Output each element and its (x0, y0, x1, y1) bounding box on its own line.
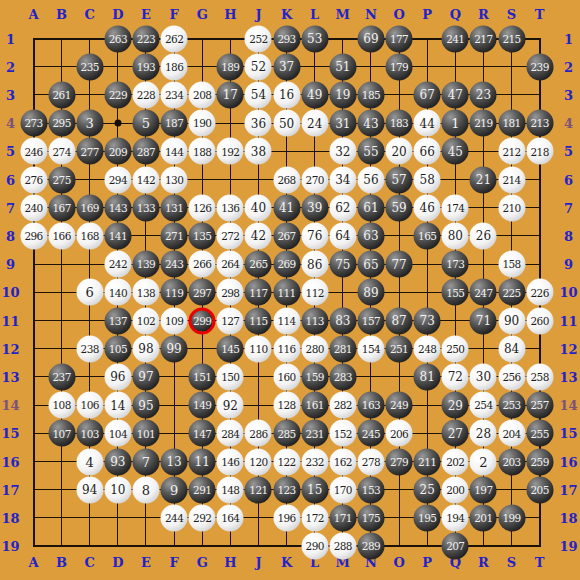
stone-G8[interactable]: 135 (189, 222, 216, 249)
stone-E4[interactable]: 5 (132, 110, 159, 137)
stone-R1[interactable]: 217 (470, 25, 497, 52)
stone-Q12[interactable]: 250 (442, 335, 469, 362)
stone-Q10[interactable]: 155 (442, 279, 469, 306)
stone-C14[interactable]: 106 (76, 392, 103, 419)
stone-P4[interactable]: 44 (414, 110, 441, 137)
stone-N8[interactable]: 63 (357, 222, 384, 249)
stone-S13[interactable]: 256 (498, 363, 525, 390)
row-label-right-18: 18 (559, 510, 577, 525)
stone-E2[interactable]: 193 (132, 53, 159, 80)
stone-N6[interactable]: 56 (357, 166, 384, 193)
stone-E11[interactable]: 102 (132, 307, 159, 334)
stone-H17[interactable]: 148 (217, 476, 244, 503)
stone-K4[interactable]: 50 (273, 110, 300, 137)
stone-A7[interactable]: 240 (20, 194, 47, 221)
stone-M18[interactable]: 171 (329, 504, 356, 531)
stone-T16[interactable]: 259 (526, 448, 553, 475)
stone-G14[interactable]: 149 (189, 392, 216, 419)
stone-B14[interactable]: 108 (48, 392, 75, 419)
stone-N17[interactable]: 153 (357, 476, 384, 503)
stone-N1[interactable]: 69 (357, 25, 384, 52)
stone-N7[interactable]: 61 (357, 194, 384, 221)
stone-D9[interactable]: 242 (104, 251, 131, 278)
stone-K17[interactable]: 123 (273, 476, 300, 503)
stone-K13[interactable]: 160 (273, 363, 300, 390)
stone-N3[interactable]: 185 (357, 81, 384, 108)
stone-R13[interactable]: 30 (470, 363, 497, 390)
stone-A6[interactable]: 276 (20, 166, 47, 193)
stone-J3[interactable]: 54 (245, 81, 272, 108)
stone-J15[interactable]: 286 (245, 420, 272, 447)
stone-T4[interactable]: 213 (526, 110, 553, 137)
stone-J12[interactable]: 110 (245, 335, 272, 362)
stone-S1[interactable]: 215 (498, 25, 525, 52)
stone-M6[interactable]: 34 (329, 166, 356, 193)
stone-B13[interactable]: 237 (48, 363, 75, 390)
stone-L7[interactable]: 39 (301, 194, 328, 221)
stone-D5[interactable]: 209 (104, 138, 131, 165)
stone-E6[interactable]: 142 (132, 166, 159, 193)
stone-K11[interactable]: 114 (273, 307, 300, 334)
move-number: 232 (306, 456, 324, 467)
move-number: 277 (81, 146, 99, 157)
stone-C10[interactable]: 6 (76, 279, 103, 306)
stone-O14[interactable]: 249 (386, 392, 413, 419)
stone-H10[interactable]: 298 (217, 279, 244, 306)
stone-K6[interactable]: 268 (273, 166, 300, 193)
stone-M13[interactable]: 283 (329, 363, 356, 390)
stone-M3[interactable]: 19 (329, 81, 356, 108)
stone-S6[interactable]: 214 (498, 166, 525, 193)
stone-G15[interactable]: 147 (189, 420, 216, 447)
stone-P6[interactable]: 58 (414, 166, 441, 193)
stone-K1[interactable]: 293 (273, 25, 300, 52)
stone-D10[interactable]: 140 (104, 279, 131, 306)
stone-Q8[interactable]: 80 (442, 222, 469, 249)
stone-B5[interactable]: 274 (48, 138, 75, 165)
move-number: 246 (24, 146, 42, 157)
stone-P17[interactable]: 25 (414, 476, 441, 503)
stone-T17[interactable]: 205 (526, 476, 553, 503)
stone-R4[interactable]: 219 (470, 110, 497, 137)
stone-F17[interactable]: 9 (161, 476, 188, 503)
stone-D14[interactable]: 14 (104, 392, 131, 419)
stone-J7[interactable]: 40 (245, 194, 272, 221)
stone-E12[interactable]: 98 (132, 335, 159, 362)
stone-S18[interactable]: 199 (498, 504, 525, 531)
move-number: 235 (81, 61, 99, 72)
stone-J10[interactable]: 117 (245, 279, 272, 306)
stone-D11[interactable]: 137 (104, 307, 131, 334)
stone-N12[interactable]: 154 (357, 335, 384, 362)
stone-L16[interactable]: 232 (301, 448, 328, 475)
stone-L19[interactable]: 290 (301, 533, 328, 560)
stone-L13[interactable]: 159 (301, 363, 328, 390)
stone-R3[interactable]: 23 (470, 81, 497, 108)
stone-M15[interactable]: 152 (329, 420, 356, 447)
stone-E5[interactable]: 287 (132, 138, 159, 165)
stone-M16[interactable]: 162 (329, 448, 356, 475)
stone-J11[interactable]: 115 (245, 307, 272, 334)
col-label-bottom-A: A (28, 555, 38, 570)
stone-D12[interactable]: 105 (104, 335, 131, 362)
stone-O2[interactable]: 179 (386, 53, 413, 80)
stone-J16[interactable]: 120 (245, 448, 272, 475)
stone-G9[interactable]: 266 (189, 251, 216, 278)
stone-D15[interactable]: 104 (104, 420, 131, 447)
stone-E9[interactable]: 139 (132, 251, 159, 278)
stone-L12[interactable]: 280 (301, 335, 328, 362)
stone-H12[interactable]: 145 (217, 335, 244, 362)
stone-R17[interactable]: 197 (470, 476, 497, 503)
stone-D13[interactable]: 96 (104, 363, 131, 390)
move-number: 101 (137, 428, 155, 439)
stone-N15[interactable]: 245 (357, 420, 384, 447)
move-number: 4 (86, 455, 94, 468)
stone-S15[interactable]: 204 (498, 420, 525, 447)
row-label-left-5: 5 (6, 144, 15, 159)
stone-L4[interactable]: 24 (301, 110, 328, 137)
stone-K7[interactable]: 41 (273, 194, 300, 221)
stone-O6[interactable]: 57 (386, 166, 413, 193)
stone-B7[interactable]: 167 (48, 194, 75, 221)
stone-S7[interactable]: 210 (498, 194, 525, 221)
stone-J17[interactable]: 121 (245, 476, 272, 503)
stone-E16[interactable]: 7 (132, 448, 159, 475)
stone-H2[interactable]: 189 (217, 53, 244, 80)
stone-C12[interactable]: 238 (76, 335, 103, 362)
stone-C17[interactable]: 94 (76, 476, 103, 503)
stone-K3[interactable]: 16 (273, 81, 300, 108)
stone-B3[interactable]: 261 (48, 81, 75, 108)
stone-P5[interactable]: 66 (414, 138, 441, 165)
stone-L8[interactable]: 76 (301, 222, 328, 249)
col-label-top-A: A (28, 7, 38, 22)
stone-L18[interactable]: 172 (301, 504, 328, 531)
stone-C7[interactable]: 169 (76, 194, 103, 221)
move-number: 153 (362, 484, 380, 495)
stone-E10[interactable]: 138 (132, 279, 159, 306)
row-label-left-1: 1 (6, 31, 15, 46)
stone-H13[interactable]: 150 (217, 363, 244, 390)
stone-L15[interactable]: 231 (301, 420, 328, 447)
stone-D16[interactable]: 93 (104, 448, 131, 475)
row-label-left-8: 8 (6, 228, 15, 243)
stone-J9[interactable]: 265 (245, 251, 272, 278)
stone-E14[interactable]: 95 (132, 392, 159, 419)
stone-Q5[interactable]: 45 (442, 138, 469, 165)
stone-F5[interactable]: 144 (161, 138, 188, 165)
stone-C16[interactable]: 4 (76, 448, 103, 475)
stone-L1[interactable]: 53 (301, 25, 328, 52)
move-number: 239 (531, 61, 549, 72)
stone-C5[interactable]: 277 (76, 138, 103, 165)
stone-N4[interactable]: 43 (357, 110, 384, 137)
stone-H7[interactable]: 136 (217, 194, 244, 221)
stone-O16[interactable]: 279 (386, 448, 413, 475)
stone-R14[interactable]: 254 (470, 392, 497, 419)
move-number: 8 (142, 483, 150, 496)
stone-F12[interactable]: 99 (161, 335, 188, 362)
stone-Q9[interactable]: 173 (442, 251, 469, 278)
stone-H9[interactable]: 264 (217, 251, 244, 278)
stone-O12[interactable]: 251 (386, 335, 413, 362)
stone-E17[interactable]: 8 (132, 476, 159, 503)
stone-L6[interactable]: 270 (301, 166, 328, 193)
stone-N9[interactable]: 65 (357, 251, 384, 278)
stone-M17[interactable]: 170 (329, 476, 356, 503)
stone-C2[interactable]: 235 (76, 53, 103, 80)
stone-N16[interactable]: 278 (357, 448, 384, 475)
stone-Q19[interactable]: 207 (442, 533, 469, 560)
stone-L3[interactable]: 49 (301, 81, 328, 108)
stone-F7[interactable]: 131 (161, 194, 188, 221)
stone-Q1[interactable]: 241 (442, 25, 469, 52)
stone-F1[interactable]: 262 (161, 25, 188, 52)
stone-O9[interactable]: 77 (386, 251, 413, 278)
stone-G5[interactable]: 188 (189, 138, 216, 165)
stone-M19[interactable]: 288 (329, 533, 356, 560)
stone-H8[interactable]: 272 (217, 222, 244, 249)
stone-F6[interactable]: 130 (161, 166, 188, 193)
stone-L17[interactable]: 15 (301, 476, 328, 503)
stone-T5[interactable]: 218 (526, 138, 553, 165)
stone-H16[interactable]: 146 (217, 448, 244, 475)
stone-J1[interactable]: 252 (245, 25, 272, 52)
stone-E7[interactable]: 133 (132, 194, 159, 221)
move-number: 46 (420, 202, 435, 214)
stone-H15[interactable]: 284 (217, 420, 244, 447)
stone-G4[interactable]: 190 (189, 110, 216, 137)
stone-C4[interactable]: 3 (76, 110, 103, 137)
move-number: 294 (109, 174, 127, 185)
move-number: 158 (502, 259, 520, 270)
stone-M9[interactable]: 75 (329, 251, 356, 278)
stone-O7[interactable]: 59 (386, 194, 413, 221)
move-number: 245 (362, 428, 380, 439)
stone-S16[interactable]: 203 (498, 448, 525, 475)
stone-G11-last-move[interactable]: 299 (189, 307, 216, 334)
stone-M14[interactable]: 282 (329, 392, 356, 419)
stone-C15[interactable]: 103 (76, 420, 103, 447)
stone-P18[interactable]: 195 (414, 504, 441, 531)
stone-G16[interactable]: 11 (189, 448, 216, 475)
stone-P16[interactable]: 211 (414, 448, 441, 475)
stone-B15[interactable]: 107 (48, 420, 75, 447)
stone-Q16[interactable]: 202 (442, 448, 469, 475)
stone-T15[interactable]: 255 (526, 420, 553, 447)
stone-G7[interactable]: 126 (189, 194, 216, 221)
stone-Q14[interactable]: 29 (442, 392, 469, 419)
stone-P11[interactable]: 73 (414, 307, 441, 334)
move-number: 11 (195, 456, 210, 468)
move-number: 40 (251, 202, 266, 214)
stone-T11[interactable]: 260 (526, 307, 553, 334)
stone-J2[interactable]: 52 (245, 53, 272, 80)
stone-S9[interactable]: 158 (498, 251, 525, 278)
stone-O11[interactable]: 87 (386, 307, 413, 334)
move-number: 169 (81, 202, 99, 213)
stone-F9[interactable]: 243 (161, 251, 188, 278)
stone-A5[interactable]: 246 (20, 138, 47, 165)
stone-L9[interactable]: 86 (301, 251, 328, 278)
stone-F4[interactable]: 187 (161, 110, 188, 137)
stone-R11[interactable]: 71 (470, 307, 497, 334)
stone-K10[interactable]: 111 (273, 279, 300, 306)
stone-H5[interactable]: 192 (217, 138, 244, 165)
col-label-top-S: S (507, 7, 516, 22)
stone-M2[interactable]: 51 (329, 53, 356, 80)
stone-N5[interactable]: 55 (357, 138, 384, 165)
stone-O5[interactable]: 20 (386, 138, 413, 165)
stone-H11[interactable]: 127 (217, 307, 244, 334)
stone-N14[interactable]: 163 (357, 392, 384, 419)
move-number: 19 (335, 89, 350, 101)
stone-F18[interactable]: 244 (161, 504, 188, 531)
stone-G18[interactable]: 292 (189, 504, 216, 531)
row-label-right-4: 4 (564, 116, 573, 131)
move-number: 271 (165, 231, 183, 242)
stone-M5[interactable]: 32 (329, 138, 356, 165)
stone-E3[interactable]: 228 (132, 81, 159, 108)
stone-K8[interactable]: 267 (273, 222, 300, 249)
stone-L14[interactable]: 161 (301, 392, 328, 419)
stone-M8[interactable]: 64 (329, 222, 356, 249)
stone-N18[interactable]: 175 (357, 504, 384, 531)
stone-R15[interactable]: 28 (470, 420, 497, 447)
move-number: 16 (279, 89, 294, 101)
stone-F16[interactable]: 13 (161, 448, 188, 475)
stone-J8[interactable]: 42 (245, 222, 272, 249)
stone-T10[interactable]: 226 (526, 279, 553, 306)
stone-D1[interactable]: 263 (104, 25, 131, 52)
stone-K16[interactable]: 122 (273, 448, 300, 475)
stone-D3[interactable]: 229 (104, 81, 131, 108)
stone-S5[interactable]: 212 (498, 138, 525, 165)
stone-M4[interactable]: 31 (329, 110, 356, 137)
stone-Q13[interactable]: 72 (442, 363, 469, 390)
move-number: 207 (446, 541, 464, 552)
stone-N11[interactable]: 157 (357, 307, 384, 334)
stone-M12[interactable]: 281 (329, 335, 356, 362)
stone-S14[interactable]: 253 (498, 392, 525, 419)
stone-E1[interactable]: 223 (132, 25, 159, 52)
stone-Q17[interactable]: 200 (442, 476, 469, 503)
stone-R6[interactable]: 21 (470, 166, 497, 193)
stone-O15[interactable]: 206 (386, 420, 413, 447)
stone-H18[interactable]: 164 (217, 504, 244, 531)
stone-K9[interactable]: 269 (273, 251, 300, 278)
stone-B8[interactable]: 166 (48, 222, 75, 249)
move-number: 136 (221, 202, 239, 213)
stone-R8[interactable]: 26 (470, 222, 497, 249)
stone-F2[interactable]: 186 (161, 53, 188, 80)
stone-H14[interactable]: 92 (217, 392, 244, 419)
stone-R16[interactable]: 2 (470, 448, 497, 475)
stone-S10[interactable]: 225 (498, 279, 525, 306)
stone-R10[interactable]: 247 (470, 279, 497, 306)
stone-B6[interactable]: 275 (48, 166, 75, 193)
move-number: 292 (193, 513, 211, 524)
stone-J5[interactable]: 38 (245, 138, 272, 165)
stone-P7[interactable]: 46 (414, 194, 441, 221)
stone-Q18[interactable]: 194 (442, 504, 469, 531)
stone-E13[interactable]: 97 (132, 363, 159, 390)
stone-J4[interactable]: 36 (245, 110, 272, 137)
row-label-left-13: 13 (1, 369, 19, 384)
row-label-right-17: 17 (559, 482, 577, 497)
row-label-right-5: 5 (564, 144, 573, 159)
stone-O1[interactable]: 177 (386, 25, 413, 52)
stone-K12[interactable]: 116 (273, 335, 300, 362)
stone-F11[interactable]: 109 (161, 307, 188, 334)
stone-N19[interactable]: 289 (357, 533, 384, 560)
move-number: 242 (109, 259, 127, 270)
stone-P13[interactable]: 81 (414, 363, 441, 390)
stone-L11[interactable]: 113 (301, 307, 328, 334)
stone-R18[interactable]: 201 (470, 504, 497, 531)
stone-P3[interactable]: 67 (414, 81, 441, 108)
move-number: 199 (502, 513, 520, 524)
stone-F10[interactable]: 119 (161, 279, 188, 306)
stone-G10[interactable]: 297 (189, 279, 216, 306)
stone-D7[interactable]: 143 (104, 194, 131, 221)
move-number: 197 (474, 484, 492, 495)
stone-Q7[interactable]: 174 (442, 194, 469, 221)
stone-D8[interactable]: 141 (104, 222, 131, 249)
stone-Q15[interactable]: 27 (442, 420, 469, 447)
stone-N10[interactable]: 89 (357, 279, 384, 306)
stone-L10[interactable]: 112 (301, 279, 328, 306)
stone-S4[interactable]: 181 (498, 110, 525, 137)
stone-B4[interactable]: 295 (48, 110, 75, 137)
stone-Q4[interactable]: 1 (442, 110, 469, 137)
stone-D6[interactable]: 294 (104, 166, 131, 193)
stone-F8[interactable]: 271 (161, 222, 188, 249)
stone-T13[interactable]: 258 (526, 363, 553, 390)
stone-A8[interactable]: 296 (20, 222, 47, 249)
stone-G3[interactable]: 208 (189, 81, 216, 108)
stone-H3[interactable]: 17 (217, 81, 244, 108)
move-number: 225 (502, 287, 520, 298)
stone-F3[interactable]: 234 (161, 81, 188, 108)
stone-K14[interactable]: 128 (273, 392, 300, 419)
stone-S11[interactable]: 90 (498, 307, 525, 334)
stone-K2[interactable]: 37 (273, 53, 300, 80)
move-number: 64 (335, 230, 350, 242)
move-number: 284 (221, 428, 239, 439)
move-number: 50 (279, 117, 294, 129)
stone-K15[interactable]: 285 (273, 420, 300, 447)
stone-C8[interactable]: 168 (76, 222, 103, 249)
stone-T14[interactable]: 257 (526, 392, 553, 419)
stone-P8[interactable]: 165 (414, 222, 441, 249)
stone-G17[interactable]: 291 (189, 476, 216, 503)
stone-A4[interactable]: 273 (20, 110, 47, 137)
stone-D17[interactable]: 10 (104, 476, 131, 503)
stone-T2[interactable]: 239 (526, 53, 553, 80)
stone-S12[interactable]: 84 (498, 335, 525, 362)
move-number: 152 (334, 428, 352, 439)
stone-G13[interactable]: 151 (189, 363, 216, 390)
stone-Q3[interactable]: 47 (442, 81, 469, 108)
stone-P12[interactable]: 248 (414, 335, 441, 362)
stone-O4[interactable]: 183 (386, 110, 413, 137)
stone-M7[interactable]: 62 (329, 194, 356, 221)
stone-K18[interactable]: 196 (273, 504, 300, 531)
stone-M11[interactable]: 83 (329, 307, 356, 334)
stone-E15[interactable]: 101 (132, 420, 159, 447)
